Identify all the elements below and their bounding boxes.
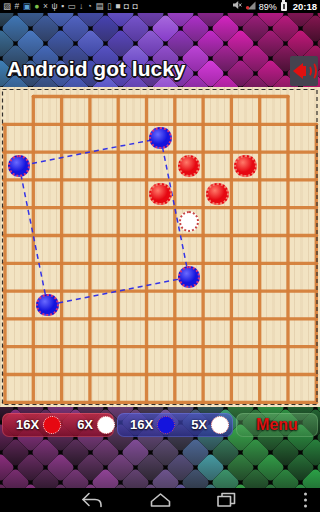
muted-speaker-icon <box>232 0 242 14</box>
blue-piece[interactable] <box>36 294 59 317</box>
white-multiplier-label: 5X <box>191 413 207 437</box>
sound-wave-icon <box>305 61 317 81</box>
square-icon: ■ <box>115 0 120 13</box>
notification-icons: ▨#▣●×ψ▪▭↓◔▤▯■◘◘ <box>3 0 138 13</box>
clock-time: 20:18 <box>293 1 317 12</box>
red-piece[interactable] <box>234 155 257 178</box>
layers-icon: ▤ <box>95 0 103 13</box>
recents-button[interactable] <box>216 492 237 512</box>
blue-square-outline <box>19 138 189 305</box>
battery-icon <box>281 2 287 11</box>
red-player-multiplier-panel[interactable]: 16X 6X <box>2 413 114 437</box>
phone-screen: ▨#▣●×ψ▪▭↓◔▤▯■◘◘ 89% 20:18 Android got lu… <box>0 0 320 512</box>
red-piece[interactable] <box>206 183 229 206</box>
header: Android got lucky <box>0 56 320 87</box>
hash-icon: # <box>15 0 20 13</box>
home-button[interactable] <box>149 492 172 512</box>
android-nav-bar <box>0 488 320 512</box>
white-piece[interactable] <box>179 211 200 232</box>
menu-dots-icon[interactable] <box>303 491 308 512</box>
android-icon: ● <box>34 0 39 13</box>
blue-multiplier-label: 16X <box>130 413 153 437</box>
sound-toggle-button[interactable] <box>290 56 318 86</box>
blue-piece-chip <box>157 416 175 434</box>
usb-debug-icon: × <box>43 0 48 13</box>
game-board[interactable] <box>0 87 320 407</box>
red-piece[interactable] <box>149 183 172 206</box>
screenshot-icon: ▨ <box>3 0 11 13</box>
status-bar: ▨#▣●×ψ▪▭↓◔▤▯■◘◘ 89% 20:18 <box>0 0 320 13</box>
signal-warning-icon <box>245 0 256 14</box>
back-button[interactable] <box>80 492 104 512</box>
white-piece-chip <box>97 416 115 434</box>
battery-percent: 89% <box>259 2 277 12</box>
app-icon: ▣ <box>23 0 31 13</box>
usb-icon: ψ <box>51 0 57 13</box>
clock-icon: ◔ <box>87 0 92 13</box>
dot-icon: ▪ <box>61 0 64 13</box>
blue-player-multiplier-panel[interactable]: 16X 5X <box>117 413 233 437</box>
red-piece-chip <box>43 416 61 434</box>
menu-button[interactable]: Menu <box>236 413 318 437</box>
camera2-icon: ◘ <box>132 0 137 13</box>
download-icon: ↓ <box>79 0 83 13</box>
camera-icon: ◘ <box>124 0 129 13</box>
red-multiplier-label: 16X <box>16 413 39 437</box>
display-icon: ▭ <box>67 0 75 13</box>
game-message-title: Android got lucky <box>7 57 186 81</box>
menu-button-label: Menu <box>256 416 298 434</box>
white-piece-chip <box>211 416 229 434</box>
storage-icon: ▯ <box>107 0 112 13</box>
white-multiplier-label: 6X <box>77 413 93 437</box>
